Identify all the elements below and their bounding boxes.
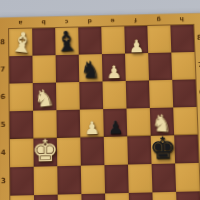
square-a3[interactable] — [10, 167, 34, 196]
white-pawn-f8[interactable]: ♟ — [129, 38, 145, 55]
square-a8[interactable]: ♝ — [9, 29, 32, 57]
square-f8[interactable]: ♟ — [124, 26, 148, 54]
square-b4[interactable]: ♚ — [33, 138, 57, 167]
white-pawn-e7[interactable]: ♟ — [106, 64, 122, 82]
square-h7[interactable] — [171, 52, 195, 80]
square-f4[interactable] — [127, 136, 151, 165]
square-c7[interactable] — [56, 55, 80, 83]
square-b2[interactable] — [34, 195, 58, 200]
rank-label: 2 — [0, 196, 9, 200]
square-b7[interactable] — [32, 55, 56, 83]
square-g6[interactable] — [149, 80, 173, 108]
square-e6[interactable] — [103, 81, 127, 109]
rank-label: 3 — [0, 167, 9, 196]
square-d7[interactable]: ♞ — [79, 54, 103, 82]
white-pawn-d5[interactable]: ♟ — [84, 119, 100, 137]
square-e7[interactable]: ♟ — [102, 54, 126, 82]
square-a6[interactable] — [9, 83, 33, 111]
black-king-g4[interactable]: ♚ — [149, 133, 177, 164]
chess-board: abcdefgh 87654321 87654321 ♝♝♟♞♟♞♟♟♞♚♚ — [0, 13, 200, 200]
square-f6[interactable] — [126, 80, 150, 108]
file-label: f — [124, 15, 147, 26]
white-bishop-a8[interactable]: ♝ — [9, 28, 36, 57]
rank-label: 4 — [0, 139, 9, 167]
square-g3[interactable] — [152, 163, 177, 192]
square-h6[interactable] — [172, 79, 196, 107]
photo-backdrop: abcdefgh 87654321 87654321 ♝♝♟♞♟♞♟♟♞♚♚ — [0, 0, 200, 200]
square-c6[interactable] — [56, 82, 80, 110]
square-c2[interactable] — [58, 194, 82, 200]
square-g4[interactable]: ♚ — [151, 135, 175, 164]
black-bishop-c8[interactable]: ♝ — [54, 27, 81, 56]
square-h4[interactable] — [174, 135, 199, 164]
square-e5[interactable]: ♟ — [103, 109, 127, 137]
rank-label: 5 — [0, 111, 9, 139]
black-pawn-e5[interactable]: ♟ — [107, 119, 123, 137]
square-d6[interactable] — [79, 81, 103, 109]
square-c3[interactable] — [57, 166, 81, 195]
rank-label: 8 — [0, 29, 8, 56]
white-knight-b6[interactable]: ♞ — [33, 86, 56, 112]
rank-label: 7 — [0, 56, 8, 84]
square-a7[interactable] — [9, 56, 32, 84]
square-d4[interactable] — [80, 137, 104, 166]
square-a2[interactable] — [10, 195, 34, 200]
square-h5[interactable] — [173, 107, 197, 135]
square-c8[interactable]: ♝ — [55, 27, 79, 55]
square-d3[interactable] — [81, 165, 105, 194]
square-h8[interactable] — [170, 25, 194, 53]
square-h2[interactable] — [176, 191, 200, 200]
square-d2[interactable] — [81, 193, 105, 200]
square-e3[interactable] — [104, 165, 128, 194]
board-grid: ♝♝♟♞♟♞♟♟♞♚♚ — [9, 25, 200, 200]
square-e4[interactable] — [104, 136, 128, 165]
square-c4[interactable] — [57, 138, 81, 167]
square-b3[interactable] — [34, 166, 58, 195]
square-f5[interactable] — [126, 108, 150, 136]
white-king-b4[interactable]: ♚ — [32, 136, 59, 167]
square-g7[interactable] — [148, 53, 172, 81]
square-e8[interactable] — [101, 26, 125, 54]
square-g8[interactable] — [147, 25, 171, 53]
file-label: e — [101, 15, 124, 26]
square-d8[interactable] — [78, 27, 102, 55]
square-a5[interactable] — [10, 111, 34, 139]
square-h3[interactable] — [175, 163, 200, 192]
square-f2[interactable] — [129, 192, 154, 200]
square-a4[interactable] — [10, 139, 34, 168]
square-c5[interactable] — [56, 110, 80, 138]
square-b6[interactable]: ♞ — [33, 83, 57, 111]
file-label: g — [147, 14, 170, 25]
file-label: d — [78, 16, 101, 28]
square-e2[interactable] — [105, 193, 129, 200]
square-d5[interactable]: ♟ — [80, 109, 104, 137]
square-f7[interactable] — [125, 53, 149, 81]
file-label: b — [32, 17, 55, 29]
file-label: h — [170, 14, 193, 25]
rank-label: 6 — [0, 84, 9, 112]
black-knight-d7[interactable]: ♞ — [80, 58, 102, 82]
rank-label: 8 — [193, 25, 200, 52]
square-g2[interactable] — [152, 192, 177, 200]
square-f3[interactable] — [128, 164, 152, 193]
